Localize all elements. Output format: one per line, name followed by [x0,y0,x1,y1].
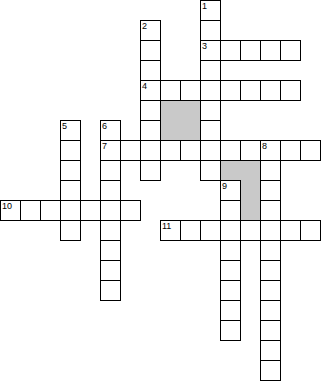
crossword-cell[interactable]: 1 [200,0,221,21]
crossword-cell[interactable] [240,80,261,101]
clue-number: 11 [162,221,171,231]
crossword-cell[interactable] [220,260,241,281]
crossword-cell[interactable] [140,160,161,181]
crossword-cell[interactable] [40,200,61,221]
crossword-cell[interactable] [140,100,161,121]
crossword-cell[interactable] [300,220,321,241]
crossword-cell[interactable] [100,260,121,281]
shaded-cell [240,160,261,181]
crossword-cell[interactable] [180,140,201,161]
clue-number: 8 [262,141,267,151]
crossword-cell[interactable]: 8 [260,140,281,161]
clue-number: 1 [202,1,207,11]
clue-number: 3 [202,41,207,51]
crossword-cell[interactable] [260,220,281,241]
crossword-cell[interactable] [100,220,121,241]
crossword-cell[interactable] [140,40,161,61]
crossword-cell[interactable] [240,40,261,61]
crossword-cell[interactable] [260,260,281,281]
crossword-cell[interactable] [80,200,101,221]
crossword-cell[interactable] [180,220,201,241]
crossword-cell[interactable] [260,280,281,301]
crossword-cell[interactable] [60,140,81,161]
crossword-cell[interactable] [260,200,281,221]
clue-number: 9 [222,181,227,191]
crossword-cell[interactable]: 11 [160,220,181,241]
crossword-cell[interactable] [260,240,281,261]
crossword-cell[interactable] [280,80,301,101]
crossword-cell[interactable] [220,200,241,221]
crossword-cell[interactable] [60,160,81,181]
crossword-cell[interactable] [240,220,261,241]
crossword-cell[interactable] [260,160,281,181]
crossword-cell[interactable] [200,20,221,41]
shaded-cell [240,200,261,221]
crossword-cell[interactable] [120,200,141,221]
crossword-cell[interactable] [300,140,321,161]
crossword-cell[interactable]: 3 [200,40,221,61]
crossword-cell[interactable] [220,80,241,101]
crossword-cell[interactable] [60,200,81,221]
crossword-cell[interactable] [260,360,281,381]
crossword-cell[interactable] [140,140,161,161]
crossword-cell[interactable] [140,60,161,81]
crossword-cell[interactable] [240,140,261,161]
crossword-cell[interactable] [260,80,281,101]
crossword-cell[interactable] [260,300,281,321]
crossword-cell[interactable] [200,140,221,161]
shaded-cell [160,120,181,141]
clue-number: 2 [142,21,147,31]
shaded-cell [160,100,181,121]
clue-number: 10 [2,201,12,211]
crossword-cell[interactable]: 6 [100,120,121,141]
crossword-cell[interactable] [220,140,241,161]
crossword-cell[interactable] [220,40,241,61]
crossword-cell[interactable]: 9 [220,180,241,201]
shaded-cell [220,160,241,181]
crossword-cell[interactable]: 10 [0,200,21,221]
crossword-cell[interactable] [200,120,221,141]
crossword-cell[interactable] [280,220,301,241]
crossword-board: 1234567891011 [0,0,321,381]
crossword-cell[interactable] [260,180,281,201]
shaded-cell [240,180,261,201]
crossword-cell[interactable] [220,320,241,341]
page: 1234567891011 [0,0,321,381]
crossword-cell[interactable] [100,280,121,301]
crossword-cell[interactable] [200,80,221,101]
crossword-cell[interactable]: 4 [140,80,161,101]
shaded-cell [180,120,201,141]
crossword-cell[interactable] [160,140,181,161]
crossword-cell[interactable]: 5 [60,120,81,141]
crossword-cell[interactable]: 7 [100,140,121,161]
shaded-cell [180,100,201,121]
clue-number: 6 [102,121,107,131]
crossword-cell[interactable] [220,280,241,301]
crossword-cell[interactable]: 2 [140,20,161,41]
crossword-cell[interactable] [100,160,121,181]
crossword-cell[interactable] [260,340,281,361]
crossword-cell[interactable] [180,80,201,101]
clue-number: 7 [102,141,107,151]
crossword-cell[interactable] [200,100,221,121]
crossword-cell[interactable] [140,120,161,141]
clue-number: 4 [142,81,147,91]
crossword-cell[interactable] [100,180,121,201]
crossword-cell[interactable] [100,200,121,221]
crossword-cell[interactable] [160,80,181,101]
crossword-cell[interactable] [280,40,301,61]
crossword-cell[interactable] [200,60,221,81]
crossword-cell[interactable] [280,140,301,161]
crossword-cell[interactable] [220,300,241,321]
crossword-cell[interactable] [260,320,281,341]
clue-number: 5 [62,121,67,131]
crossword-cell[interactable] [260,40,281,61]
crossword-cell[interactable] [60,180,81,201]
crossword-cell[interactable] [120,140,141,161]
crossword-cell[interactable] [220,220,241,241]
crossword-cell[interactable] [220,240,241,261]
crossword-cell[interactable] [100,240,121,261]
crossword-cell[interactable] [200,220,221,241]
crossword-cell[interactable] [20,200,41,221]
crossword-cell[interactable] [60,220,81,241]
crossword-cell[interactable] [200,160,221,181]
